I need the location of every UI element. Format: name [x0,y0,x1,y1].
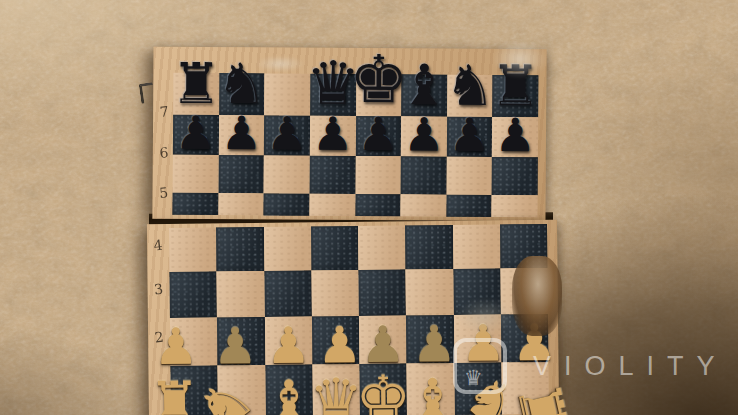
rank-label-3: 3 [151,281,167,297]
square-h2: ♟ [501,314,549,362]
square-a3 [169,271,217,317]
square-d7: ♟ [310,116,356,156]
piece-black-rook-h8: ♜ [490,58,541,114]
chess-set-photo: 7 6 5 ♜♞♛♚♝♞♜♟♟♟♟♟♟♟♟ 4 3 2 ♟♟♟♟♟♟♟♟♜♞♝♛… [0,0,738,415]
square-c4 [263,226,311,270]
square-d1: ♛ [312,364,360,415]
square-c2: ♟ [264,316,312,364]
piece-white-pawn-e2: ♟ [360,319,405,369]
square-g3 [453,268,501,314]
piece-white-pawn-d2: ♟ [317,320,362,370]
square-g1: ♞ [454,362,502,414]
piece-white-king-e1: ♚ [355,367,411,415]
square-e7: ♟ [355,116,401,156]
board-lower-half: 4 3 2 ♟♟♟♟♟♟♟♟♜♞♝♛♚♝♞♜ [147,220,559,415]
square-c7: ♟ [264,115,310,155]
square-c3 [264,270,312,316]
square-b2: ♟ [217,317,265,365]
square-d4 [311,226,359,270]
square-a7: ♟ [173,115,219,155]
rank-label-4: 4 [150,237,166,253]
square-c1: ♝ [265,364,313,415]
square-b8: ♞ [219,73,265,115]
square-e1: ♚ [359,363,407,415]
square-h8: ♜ [492,75,538,117]
square-g5 [446,195,492,217]
squares-ranks-4-to-1: ♟♟♟♟♟♟♟♟♜♞♝♛♚♝♞♜ [169,224,549,415]
rank-label-2: 2 [151,329,167,345]
square-h7: ♟ [492,117,538,157]
squares-ranks-8-to-5: ♜♞♛♚♝♞♜♟♟♟♟♟♟♟♟ [172,73,538,218]
piece-white-pawn-g2: ♟ [461,318,506,368]
square-e4 [358,225,406,269]
piece-black-pawn-a7: ♟ [175,110,217,156]
square-b3 [217,271,265,317]
square-a6 [173,155,219,193]
rank-label-6: 6 [156,145,171,160]
piece-black-knight-b8: ♞ [216,56,267,112]
square-f3 [406,269,454,315]
square-a2: ♟ [170,317,218,365]
square-h4 [500,224,548,268]
square-h6 [492,157,538,195]
square-b7: ♟ [218,115,264,155]
square-b5 [218,193,264,215]
square-f1: ♝ [407,363,455,415]
piece-white-pawn-f2: ♟ [411,319,456,369]
square-g6 [446,157,492,195]
square-d6 [309,156,355,194]
square-d2: ♟ [312,316,360,364]
board-upper-half: 7 6 5 ♜♞♛♚♝♞♜♟♟♟♟♟♟♟♟ [152,47,546,222]
square-f7: ♟ [401,116,447,156]
piece-black-king-e8: ♚ [349,47,409,113]
board-latch-hook [139,82,156,104]
square-e3 [358,269,406,315]
square-a1: ♜ [170,365,218,415]
square-a5 [172,193,218,215]
square-c8 [264,73,310,115]
piece-white-pawn-b2: ♟ [212,321,257,371]
piece-black-rook-a8: ♜ [171,56,222,112]
piece-black-pawn-h7: ♟ [494,112,536,158]
piece-black-pawn-g7: ♟ [449,112,491,158]
piece-black-bishop-f8: ♝ [399,57,450,113]
piece-black-pawn-d7: ♟ [312,111,354,157]
piece-black-pawn-c7: ♟ [266,110,308,156]
piece-black-queen-d8: ♛ [306,53,360,113]
square-g2: ♟ [453,314,501,362]
square-e2: ♟ [359,315,407,363]
piece-black-pawn-f7: ♟ [403,111,445,157]
square-b1: ♞ [218,365,266,415]
square-d5 [309,194,355,216]
square-f4 [405,225,453,269]
piece-black-pawn-b7: ♟ [221,110,263,156]
piece-white-pawn-h2: ♟ [512,318,557,368]
square-g8: ♞ [447,75,493,117]
square-b6 [218,155,264,193]
square-e6 [355,156,401,194]
square-e5 [355,194,401,216]
piece-white-bishop-c1: ♝ [263,372,316,415]
square-d3 [311,270,359,316]
square-h3 [500,268,548,314]
square-g4 [452,224,500,268]
piece-white-queen-d1: ♛ [309,370,363,415]
square-f5 [401,194,447,216]
square-h1: ♜ [501,362,549,414]
square-a8: ♜ [173,73,219,115]
square-d8: ♛ [310,74,356,116]
square-h5 [492,195,538,217]
piece-black-knight-g8: ♞ [445,58,496,114]
square-b4 [216,227,264,271]
square-f2: ♟ [406,315,454,363]
rank-label-5: 5 [156,185,171,200]
square-g7: ♟ [447,117,493,157]
square-f6 [401,156,447,194]
rank-label-7: 7 [157,104,172,119]
square-e8: ♚ [356,74,402,116]
piece-white-pawn-c2: ♟ [266,320,311,370]
piece-white-bishop-f1: ♝ [406,371,459,415]
square-a4 [169,227,217,271]
piece-black-pawn-e7: ♟ [358,111,400,157]
square-c5 [264,193,310,215]
square-c6 [264,155,310,193]
piece-white-rook-a1: ♜ [148,374,201,415]
square-f8: ♝ [401,74,447,116]
